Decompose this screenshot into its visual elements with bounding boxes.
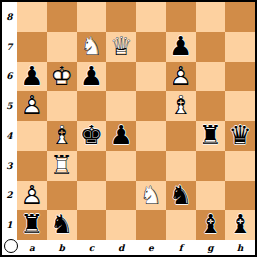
white-king[interactable]: ♚♔ [47,62,77,92]
square-d1[interactable] [106,210,136,240]
black-pawn[interactable]: ♟ [77,62,107,92]
square-d7[interactable]: ♛♕ [106,32,136,62]
square-b6[interactable]: ♚♔ [47,62,77,92]
square-h7[interactable] [225,32,255,62]
square-f5[interactable]: ♝♗ [166,91,196,121]
white-to-move-indicator [4,239,18,253]
square-f2[interactable]: ♞ [166,181,196,211]
piece-glyph: ♚ [77,121,107,151]
piece-glyph: ♞ [166,181,196,211]
black-king[interactable]: ♚ [77,121,107,151]
square-d8[interactable] [106,2,136,32]
piece-fill-glyph: ♞ [136,181,166,211]
square-d2[interactable] [106,181,136,211]
piece-fill-glyph: ♝ [166,91,196,121]
chess-diagram: 87654321 ♞♘♛♕♟♟♚♔♟♟♙♟♙♝♗♝♗♚♟♜♛♜♖♟♙♞♘♞♜♞♝… [0,0,257,257]
square-e3[interactable] [136,151,166,181]
square-c3[interactable] [77,151,107,181]
square-a5[interactable]: ♟♙ [17,91,47,121]
square-b3[interactable]: ♜♖ [47,151,77,181]
square-a1[interactable]: ♜ [17,210,47,240]
rank-label-6: 6 [2,62,17,92]
square-g6[interactable] [196,62,226,92]
square-a2[interactable]: ♟♙ [17,181,47,211]
black-pawn[interactable]: ♟ [17,62,47,92]
square-b8[interactable] [47,2,77,32]
file-label-e: e [136,240,166,255]
square-g2[interactable] [196,181,226,211]
piece-glyph: ♜ [17,210,47,240]
square-c8[interactable] [77,2,107,32]
piece-fill-glyph: ♝ [47,121,77,151]
square-e4[interactable] [136,121,166,151]
file-labels: abcdefgh [17,240,255,255]
piece-glyph: ♝ [225,210,255,240]
white-pawn[interactable]: ♟♙ [17,181,47,211]
square-c4[interactable]: ♚ [77,121,107,151]
file-label-g: g [196,240,226,255]
white-rook[interactable]: ♜♖ [47,151,77,181]
rank-labels: 87654321 [2,2,17,240]
piece-glyph: ♝ [196,210,226,240]
piece-glyph: ♜ [196,121,226,151]
square-e1[interactable] [136,210,166,240]
square-g1[interactable]: ♝ [196,210,226,240]
square-a3[interactable] [17,151,47,181]
piece-glyph: ♞ [47,210,77,240]
piece-fill-glyph: ♟ [166,62,196,92]
square-c6[interactable]: ♟ [77,62,107,92]
piece-fill-glyph: ♟ [17,91,47,121]
square-f4[interactable] [166,121,196,151]
white-queen[interactable]: ♛♕ [106,32,136,62]
square-b2[interactable] [47,181,77,211]
square-e7[interactable] [136,32,166,62]
square-b5[interactable] [47,91,77,121]
square-c2[interactable] [77,181,107,211]
rank-label-1: 1 [2,210,17,240]
piece-glyph: ♘ [136,181,166,211]
black-pawn[interactable]: ♟ [166,32,196,62]
board[interactable]: ♞♘♛♕♟♟♚♔♟♟♙♟♙♝♗♝♗♚♟♜♛♜♖♟♙♞♘♞♜♞♝♝ [17,2,255,240]
square-g7[interactable] [196,32,226,62]
file-label-b: b [47,240,77,255]
square-b1[interactable]: ♞ [47,210,77,240]
piece-glyph: ♙ [17,181,47,211]
file-label-h: h [225,240,255,255]
square-f1[interactable] [166,210,196,240]
square-d6[interactable] [106,62,136,92]
square-h6[interactable] [225,62,255,92]
square-f3[interactable] [166,151,196,181]
black-queen[interactable]: ♛ [225,121,255,151]
white-knight[interactable]: ♞♘ [77,32,107,62]
white-bishop[interactable]: ♝♗ [47,121,77,151]
diagram-corner [2,240,17,255]
square-f8[interactable] [166,2,196,32]
piece-glyph: ♘ [77,32,107,62]
piece-fill-glyph: ♜ [47,151,77,181]
file-label-c: c [77,240,107,255]
square-g4[interactable]: ♜ [196,121,226,151]
piece-glyph: ♗ [166,91,196,121]
square-c5[interactable] [77,91,107,121]
square-c7[interactable]: ♞♘ [77,32,107,62]
piece-glyph: ♙ [17,91,47,121]
white-bishop[interactable]: ♝♗ [166,91,196,121]
piece-glyph: ♟ [166,32,196,62]
rank-label-8: 8 [2,2,17,32]
piece-glyph: ♗ [47,121,77,151]
square-e5[interactable] [136,91,166,121]
square-f6[interactable]: ♟♙ [166,62,196,92]
square-c1[interactable] [77,210,107,240]
rank-label-4: 4 [2,121,17,151]
piece-glyph: ♖ [47,151,77,181]
square-e8[interactable] [136,2,166,32]
square-a7[interactable] [17,32,47,62]
square-a8[interactable] [17,2,47,32]
black-bishop[interactable]: ♝ [225,210,255,240]
black-rook[interactable]: ♜ [17,210,47,240]
square-h8[interactable] [225,2,255,32]
square-e2[interactable]: ♞♘ [136,181,166,211]
square-e6[interactable] [136,62,166,92]
piece-glyph: ♛ [225,121,255,151]
white-knight[interactable]: ♞♘ [136,181,166,211]
black-pawn[interactable]: ♟ [106,121,136,151]
square-f7[interactable]: ♟ [166,32,196,62]
piece-fill-glyph: ♛ [106,32,136,62]
square-g3[interactable] [196,151,226,181]
square-a4[interactable] [17,121,47,151]
square-b7[interactable] [47,32,77,62]
piece-fill-glyph: ♚ [47,62,77,92]
rank-label-2: 2 [2,181,17,211]
piece-glyph: ♟ [106,121,136,151]
file-label-f: f [166,240,196,255]
piece-glyph: ♟ [77,62,107,92]
piece-glyph: ♔ [47,62,77,92]
file-label-a: a [17,240,47,255]
square-g8[interactable] [196,2,226,32]
black-knight[interactable]: ♞ [166,181,196,211]
square-d5[interactable] [106,91,136,121]
square-h2[interactable] [225,181,255,211]
square-h1[interactable]: ♝ [225,210,255,240]
square-g5[interactable] [196,91,226,121]
rank-label-7: 7 [2,32,17,62]
piece-glyph: ♕ [106,32,136,62]
rank-label-5: 5 [2,91,17,121]
white-pawn[interactable]: ♟♙ [17,91,47,121]
black-bishop[interactable]: ♝ [196,210,226,240]
square-d4[interactable]: ♟ [106,121,136,151]
square-h5[interactable] [225,91,255,121]
black-rook[interactable]: ♜ [196,121,226,151]
file-label-d: d [106,240,136,255]
piece-glyph: ♟ [17,62,47,92]
black-knight[interactable]: ♞ [47,210,77,240]
white-pawn[interactable]: ♟♙ [166,62,196,92]
rank-label-3: 3 [2,151,17,181]
square-b4[interactable]: ♝♗ [47,121,77,151]
piece-glyph: ♙ [166,62,196,92]
square-h4[interactable]: ♛ [225,121,255,151]
square-a6[interactable]: ♟ [17,62,47,92]
square-h3[interactable] [225,151,255,181]
piece-fill-glyph: ♞ [77,32,107,62]
piece-fill-glyph: ♟ [17,181,47,211]
square-d3[interactable] [106,151,136,181]
